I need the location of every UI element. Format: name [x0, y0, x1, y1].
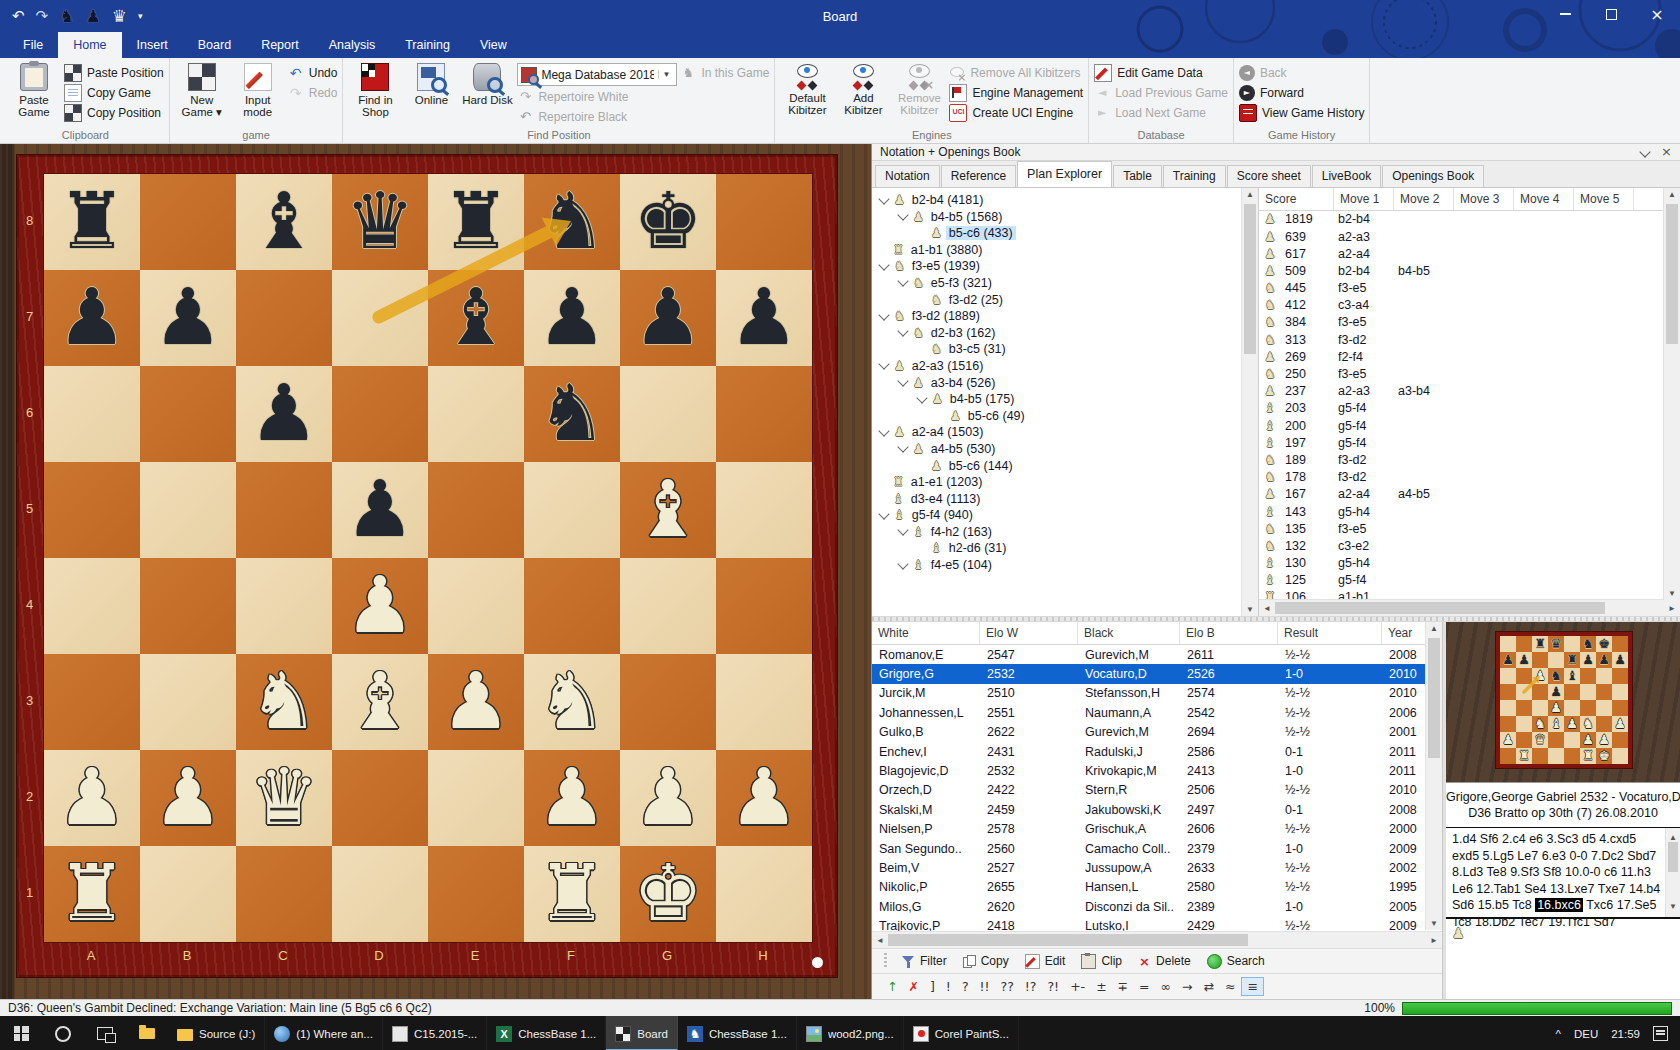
notation-move-current[interactable]: 16.bxc6 — [1535, 898, 1583, 912]
edit-button[interactable]: Edit — [1018, 954, 1073, 969]
tree-scrollbar[interactable]: ▲▼ — [1241, 188, 1258, 616]
square-a1[interactable]: ♜ — [44, 846, 140, 942]
score-row[interactable]: ♞445f3-e5 — [1259, 279, 1664, 296]
score-row[interactable]: ♝130g5-h4 — [1259, 554, 1664, 571]
taskbar-app-corel-paints[interactable]: Corel PaintS... — [904, 1016, 1019, 1050]
close-button[interactable]: × — [1634, 0, 1680, 28]
copy-position-button[interactable]: Copy Position — [64, 103, 164, 122]
black-piece-c8[interactable]: ♝ — [236, 174, 332, 270]
square-f3[interactable]: ♞ — [524, 654, 620, 750]
tab-notation[interactable]: Notation — [875, 165, 940, 187]
clip-button[interactable]: Clip — [1074, 954, 1129, 969]
games-col-white[interactable]: White — [872, 622, 980, 644]
annotation-[interactable]: ?? — [996, 978, 1019, 995]
square-h6[interactable] — [716, 366, 812, 462]
expand-icon[interactable] — [897, 442, 908, 453]
board-corner-dot[interactable] — [812, 957, 823, 968]
annotation-[interactable]: ± — [1091, 978, 1111, 995]
ribbon-tab-insert[interactable]: Insert — [122, 32, 183, 58]
redo-icon[interactable]: ↷ — [36, 7, 49, 25]
ribbon-tab-board[interactable]: Board — [183, 32, 246, 58]
score-row[interactable]: ♟639a2-a3 — [1259, 228, 1664, 245]
score-row[interactable]: ♞313f3-d2 — [1259, 331, 1664, 348]
tree-item-d3-e4-1113[interactable]: ♝d3-e4 (1113) — [872, 490, 1242, 507]
taskbar-app-chessbase-1[interactable]: XChessBase 1... — [487, 1016, 606, 1050]
white-piece-g5[interactable]: ♝ — [620, 462, 716, 558]
taskbar-app-c15-2015[interactable]: C15.2015-... — [383, 1016, 487, 1050]
ribbon-tab-view[interactable]: View — [465, 32, 522, 58]
expand-icon[interactable] — [878, 309, 889, 320]
square-g4[interactable] — [620, 558, 716, 654]
annotation-[interactable]: ∓ — [1113, 978, 1133, 995]
annotation-[interactable]: +- — [1065, 978, 1090, 995]
annotation-[interactable]: → — [1177, 978, 1197, 995]
white-piece-f1[interactable]: ♜ — [524, 846, 620, 942]
ribbon-tab-file[interactable]: File — [8, 32, 58, 58]
games-scrollbar[interactable]: ▲▼ — [1425, 622, 1442, 930]
score-col-move-2[interactable]: Move 2 — [1394, 188, 1454, 210]
black-piece-e7[interactable]: ♝ — [428, 270, 524, 366]
game-row-skalski-m[interactable]: Skalski,M2459Jakubowski,K24970-12008 — [872, 800, 1426, 819]
ribbon-tab-training[interactable]: Training — [390, 32, 465, 58]
score-row[interactable]: ♟617a2-a4 — [1259, 245, 1664, 262]
copy-game-button[interactable]: Copy Game — [64, 83, 164, 102]
games-h-scrollbar[interactable]: ◄► — [872, 931, 1442, 948]
game-row-enchev-i[interactable]: Enchev,I2431Radulski,J25860-12011 — [872, 742, 1426, 761]
filter-button[interactable]: Filter — [895, 954, 954, 968]
input-mode-button[interactable]: Input mode — [231, 60, 285, 128]
square-e6[interactable] — [428, 366, 524, 462]
square-a7[interactable]: ♟ — [44, 270, 140, 366]
taskbar-app-wood2-png[interactable]: wood2.png... — [797, 1016, 904, 1050]
square-d6[interactable] — [332, 366, 428, 462]
tree-item-a2-a3-1516[interactable]: ♟a2-a3 (1516) — [872, 358, 1242, 375]
score-row[interactable]: ♟269f2-f4 — [1259, 348, 1664, 365]
white-piece-f3[interactable]: ♞ — [524, 654, 620, 750]
tree-item-f4-e5-104[interactable]: ♝f4-e5 (104) — [872, 557, 1242, 574]
expand-icon[interactable] — [878, 359, 889, 370]
forward-button[interactable]: ►Forward — [1239, 83, 1364, 102]
square-e4[interactable] — [428, 558, 524, 654]
find-in-shop-button[interactable]: Find in Shop — [348, 60, 402, 128]
tree-item-b5-c6-49[interactable]: ♟b5-c6 (49) — [872, 407, 1242, 424]
square-c4[interactable] — [236, 558, 332, 654]
black-piece-f6[interactable]: ♞ — [524, 366, 620, 462]
games-col-black[interactable]: Black — [1078, 622, 1180, 644]
score-col-score[interactable]: Score — [1259, 188, 1334, 210]
zoom-slider[interactable] — [1402, 1002, 1672, 1015]
square-b7[interactable]: ♟ — [140, 270, 236, 366]
square-f7[interactable]: ♟ — [524, 270, 620, 366]
score-row[interactable]: ♝197g5-f4 — [1259, 434, 1664, 451]
square-e5[interactable] — [428, 462, 524, 558]
taskbar-app-board[interactable]: Board — [606, 1016, 678, 1050]
square-b4[interactable] — [140, 558, 236, 654]
square-c3[interactable]: ♞ — [236, 654, 332, 750]
white-piece-c3[interactable]: ♞ — [236, 654, 332, 750]
square-e2[interactable] — [428, 750, 524, 846]
combo-caret-icon[interactable]: ▼ — [658, 70, 673, 79]
black-piece-a7[interactable]: ♟ — [44, 270, 140, 366]
black-piece-d8[interactable]: ♛ — [332, 174, 428, 270]
tab-score-sheet[interactable]: Score sheet — [1227, 165, 1311, 187]
square-f5[interactable] — [524, 462, 620, 558]
score-row[interactable]: ♝125g5-f4 — [1259, 572, 1664, 589]
square-d7[interactable] — [332, 270, 428, 366]
square-c7[interactable] — [236, 270, 332, 366]
square-g6[interactable] — [620, 366, 716, 462]
tree-item-f3-d2-25[interactable]: ♞f3-d2 (25) — [872, 291, 1242, 308]
white-piece-g2[interactable]: ♟ — [620, 750, 716, 846]
maximize-button[interactable] — [1588, 0, 1634, 28]
black-piece-a8[interactable]: ♜ — [44, 174, 140, 270]
game-row-beim-v[interactable]: Beim,V2527Jussupow,A2633½-½2002 — [872, 858, 1426, 877]
square-f6[interactable]: ♞ — [524, 366, 620, 462]
start-button[interactable] — [0, 1016, 42, 1050]
ribbon-group-label-database: Database — [1094, 128, 1228, 143]
file-explorer-icon[interactable] — [126, 1016, 168, 1050]
black-piece-g7[interactable]: ♟ — [620, 270, 716, 366]
white-piece-g1[interactable]: ♚ — [620, 846, 716, 942]
square-c6[interactable]: ♟ — [236, 366, 332, 462]
add-kibitzer-button[interactable]: Add Kibitzer — [836, 60, 890, 128]
notation-scrollbar[interactable]: ▲▼ — [1665, 828, 1680, 917]
annotation-[interactable]: ! — [941, 978, 956, 995]
black-elo: 2429 — [1180, 919, 1278, 931]
ribbon-tab-home[interactable]: Home — [58, 32, 121, 58]
score-col-move-1[interactable]: Move 1 — [1334, 188, 1394, 210]
view-game-history-button[interactable]: View Game History — [1239, 103, 1364, 122]
square-b6[interactable] — [140, 366, 236, 462]
game-row-milos-g[interactable]: Milos,G2620Disconzi da Sil..23891-02005 — [872, 897, 1426, 916]
score-row[interactable]: ♞384f3-e5 — [1259, 314, 1664, 331]
square-a6[interactable] — [44, 366, 140, 462]
annotation-[interactable]: ↑ — [882, 978, 902, 995]
tab-reference[interactable]: Reference — [941, 165, 1016, 187]
square-e3[interactable]: ♟ — [428, 654, 524, 750]
game-row-grigore-g[interactable]: Grigore,G2532Vocaturo,D25261-02010 — [872, 664, 1426, 683]
game-row-trajkovic-p[interactable]: Trajkovic,P2418Lutsko,I2429½-½2009 — [872, 916, 1426, 931]
square-c1[interactable] — [236, 846, 332, 942]
square-b1[interactable] — [140, 846, 236, 942]
games-col-result[interactable]: Result — [1278, 622, 1382, 644]
search-icon[interactable] — [42, 1016, 84, 1050]
tree-item-b3-c5-31[interactable]: ♞b3-c5 (31) — [872, 341, 1242, 358]
undo-icon[interactable]: ↶ — [12, 7, 25, 25]
game-event: D36 Bratto op 30th (7) 26.08.2010 — [1446, 806, 1680, 820]
minimize-button[interactable] — [1542, 0, 1588, 28]
black-piece-f8[interactable]: ♞ — [524, 174, 620, 270]
score-row[interactable]: ♞412c3-a4 — [1259, 297, 1664, 314]
expand-icon[interactable] — [916, 392, 927, 403]
game-row-romanov-e[interactable]: Romanov,E2547Gurevich,M2611½-½2008 — [872, 645, 1426, 664]
tab-livebook[interactable]: LiveBook — [1312, 165, 1381, 187]
default-kibitzer-button[interactable]: Default Kibitzer — [780, 60, 834, 128]
panel-close-icon[interactable]: × — [1661, 144, 1672, 159]
plan-score-pane: ScoreMove 1Move 2Move 3Move 4Move 5 ♟181… — [1259, 188, 1680, 616]
score-row[interactable]: ♞178f3-d2 — [1259, 469, 1664, 486]
annotation-[interactable]: ?! — [1042, 978, 1064, 995]
score-row[interactable]: ♟237a2-a3a3-b4 — [1259, 383, 1664, 400]
tree-item-d2-b3-162[interactable]: ♞d2-b3 (162) — [872, 324, 1242, 341]
square-d2[interactable] — [332, 750, 428, 846]
game-row-blagojevic-d[interactable]: Blagojevic,D2532Krivokapic,M24131-02011 — [872, 761, 1426, 780]
square-h3[interactable] — [716, 654, 812, 750]
rank-label-3: 3 — [17, 693, 42, 708]
black-piece-d5[interactable]: ♟ — [332, 462, 428, 558]
black-piece-c6[interactable]: ♟ — [236, 366, 332, 462]
create-uci-engine-button[interactable]: UCICreate UCI Engine — [949, 103, 1083, 122]
tree-item-f4-h2-163[interactable]: ♝f4-h2 (163) — [872, 524, 1242, 541]
tab-plan-explorer[interactable]: Plan Explorer — [1017, 161, 1112, 187]
game-row-orzech-d[interactable]: Orzech,D2422Stern,R2506½-½2010 — [872, 781, 1426, 800]
white-piece-d3[interactable]: ♝ — [332, 654, 428, 750]
square-g2[interactable]: ♟ — [620, 750, 716, 846]
tab-table[interactable]: Table — [1113, 165, 1162, 187]
square-f4[interactable] — [524, 558, 620, 654]
square-c5[interactable] — [236, 462, 332, 558]
square-b2[interactable]: ♟ — [140, 750, 236, 846]
tree-item-e5-f3-321[interactable]: ♞e5-f3 (321) — [872, 275, 1242, 292]
square-g1[interactable]: ♚ — [620, 846, 716, 942]
pawn-icon[interactable]: ♟ — [85, 6, 100, 26]
ribbon-tab-analysis[interactable]: Analysis — [314, 32, 391, 58]
score-row[interactable]: ♟509b2-b4b4-b5 — [1259, 262, 1664, 279]
square-c8[interactable]: ♝ — [236, 174, 332, 270]
square-a5[interactable] — [44, 462, 140, 558]
score-row[interactable]: ♟1819b2-b4 — [1259, 211, 1664, 228]
annotation-[interactable]: ] — [925, 978, 940, 995]
white-piece-b2[interactable]: ♟ — [140, 750, 236, 846]
annotation-[interactable]: !? — [1020, 978, 1042, 995]
square-b3[interactable] — [140, 654, 236, 750]
mini-square-f3: ♞ — [1580, 716, 1596, 732]
paste-game-button[interactable]: Paste Game — [7, 60, 61, 128]
delete-button[interactable]: ×Delete — [1131, 954, 1198, 968]
queen-icon[interactable]: ♛ — [112, 6, 127, 26]
square-a8[interactable]: ♜ — [44, 174, 140, 270]
square-b5[interactable] — [140, 462, 236, 558]
white-piece-h2[interactable]: ♟ — [716, 750, 812, 846]
task-view-icon[interactable] — [84, 1016, 126, 1050]
square-g3[interactable] — [620, 654, 716, 750]
score-row[interactable]: ♝200g5-f4 — [1259, 417, 1664, 434]
score-row[interactable]: ♟167a2-a4a4-b5 — [1259, 486, 1664, 503]
square-h8[interactable] — [716, 174, 812, 270]
game-row-johannessen-l[interactable]: Johannessen,L2551Naumann,A2542½-½2006 — [872, 703, 1426, 722]
square-e8[interactable]: ♜ — [428, 174, 524, 270]
taskbar-app-source-j[interactable]: Source (J:) — [168, 1016, 265, 1050]
expand-icon[interactable] — [878, 193, 889, 204]
white-piece-a2[interactable]: ♟ — [44, 750, 140, 846]
ribbon-group-label-find-position: Find Position — [348, 128, 769, 143]
mini-square-a1 — [1500, 748, 1516, 764]
square-c2[interactable]: ♛ — [236, 750, 332, 846]
score-scrollbar[interactable]: ▲▼ — [1663, 188, 1680, 600]
annotation-[interactable]: ? — [957, 978, 974, 995]
tree-item-a2-a4-1503[interactable]: ♟a2-a4 (1503) — [872, 424, 1242, 441]
square-d1[interactable] — [332, 846, 428, 942]
hard-disk-button[interactable]: Hard Disk — [460, 60, 514, 128]
mini-square-g6 — [1596, 668, 1612, 684]
square-a2[interactable]: ♟ — [44, 750, 140, 846]
score-row[interactable]: ♝143g5-h4 — [1259, 503, 1664, 520]
annotation-[interactable]: ⇄ — [1198, 978, 1218, 995]
square-g7[interactable]: ♟ — [620, 270, 716, 366]
tab-training[interactable]: Training — [1163, 165, 1226, 187]
score-col-move-3[interactable]: Move 3 — [1454, 188, 1514, 210]
taskbar-app-1-where-an[interactable]: (1) Where an... — [265, 1016, 383, 1050]
score-col-move-4[interactable]: Move 4 — [1514, 188, 1574, 210]
annotation-[interactable]: ≡ — [1241, 977, 1263, 996]
square-h1[interactable] — [716, 846, 812, 942]
tree-item-h2-d6-31[interactable]: ♝h2-d6 (31) — [872, 540, 1242, 557]
score-row[interactable]: ♞250f3-e5 — [1259, 365, 1664, 382]
repertoire-white-button: ↷Repertoire White — [517, 87, 677, 106]
expand-icon[interactable] — [897, 326, 908, 337]
square-g8[interactable]: ♚ — [620, 174, 716, 270]
annotation-[interactable]: ≈ — [1220, 978, 1240, 995]
new-game-button[interactable]: New Game ▾ — [175, 60, 229, 128]
score-row[interactable]: ♞132c3-e2 — [1259, 537, 1664, 554]
chess-board[interactable]: ♜♝♛♜♞♚♟♟♝♟♟♟♟♞♟♝♟♞♝♟♞♟♟♛♟♟♟♜♜♚ — [43, 173, 813, 943]
expand-icon[interactable] — [878, 425, 889, 436]
year: 2006 — [1382, 706, 1426, 720]
action-center-icon[interactable] — [1653, 1026, 1668, 1041]
square-h5[interactable] — [716, 462, 812, 558]
expand-icon[interactable] — [878, 508, 889, 519]
tree-item-a3-b4-526[interactable]: ♟a3-b4 (526) — [872, 374, 1242, 391]
square-a3[interactable] — [44, 654, 140, 750]
tree-item-b5-c6-433[interactable]: ♟b5-c6 (433) — [872, 225, 1242, 242]
mini-piece: ♟ — [1564, 716, 1580, 732]
square-e1[interactable] — [428, 846, 524, 942]
white-piece-a1[interactable]: ♜ — [44, 846, 140, 942]
tree-item-f3-e5-1939[interactable]: ♞f3-e5 (1939) — [872, 258, 1242, 275]
score-row[interactable]: ♞135f3-e5 — [1259, 520, 1664, 537]
tree-item-label: g5-f4 (940) — [909, 508, 976, 522]
black-piece-e8[interactable]: ♜ — [428, 174, 524, 270]
square-d5[interactable]: ♟ — [332, 462, 428, 558]
ingame-icon: ♞ — [680, 65, 696, 81]
undo-button[interactable]: ↶Undo — [288, 63, 338, 82]
square-d3[interactable]: ♝ — [332, 654, 428, 750]
tree-item-b5-c6-144[interactable]: ♟b5-c6 (144) — [872, 457, 1242, 474]
white-player: Skalski,M — [872, 803, 980, 817]
game-notation[interactable]: 1.d4 Sf6 2.c4 e6 3.Sc3 d5 4.cxd5 exd5 5.… — [1446, 827, 1680, 919]
black-piece-h7[interactable]: ♟ — [716, 270, 812, 366]
edit-game-data-button[interactable]: Edit Game Data — [1094, 63, 1228, 82]
square-d4[interactable]: ♟ — [332, 558, 428, 654]
tree-item-f3-d2-1889[interactable]: ♞f3-d2 (1889) — [872, 308, 1242, 325]
square-g5[interactable]: ♝ — [620, 462, 716, 558]
game-row-nielsen-p[interactable]: Nielsen,P2578Grischuk,A2606½-½2000 — [872, 820, 1426, 839]
black-piece-f7[interactable]: ♟ — [524, 270, 620, 366]
tree-item-b2-b4-4181[interactable]: ♟b2-b4 (4181) — [872, 192, 1242, 209]
clock[interactable]: 21:59 — [1611, 1028, 1640, 1040]
tab-openings-book[interactable]: Openings Book — [1382, 165, 1484, 187]
tree-item-label: a4-b5 (530) — [928, 442, 999, 456]
language-indicator[interactable]: DEU — [1574, 1028, 1598, 1040]
score-col-move-5[interactable]: Move 5 — [1574, 188, 1634, 210]
black-player: Jussupow,A — [1078, 861, 1180, 875]
panel-collapse-icon[interactable] — [1639, 146, 1650, 157]
score-row[interactable]: ♝203g5-f4 — [1259, 400, 1664, 417]
tree-item-b4-b5-1568[interactable]: ♟b4-b5 (1568) — [872, 208, 1242, 225]
white-piece-f2[interactable]: ♟ — [524, 750, 620, 846]
expand-icon[interactable] — [897, 375, 908, 386]
online-button[interactable]: Online — [404, 60, 458, 128]
result: 0-1 — [1278, 745, 1382, 759]
square-d8[interactable]: ♛ — [332, 174, 428, 270]
tray-chevron[interactable]: ^ — [1556, 1028, 1561, 1040]
tree-item-b4-b5-175[interactable]: ♟b4-b5 (175) — [872, 391, 1242, 408]
square-f8[interactable]: ♞ — [524, 174, 620, 270]
white-piece-c2[interactable]: ♛ — [236, 750, 332, 846]
games-col-elo-w[interactable]: Elo W — [980, 622, 1078, 644]
white-piece-e3[interactable]: ♟ — [428, 654, 524, 750]
tree-item-a1-b1-3880[interactable]: ♜a1-b1 (3880) — [872, 242, 1242, 259]
game-row-nikolic-p[interactable]: Nikolic,P2655Hansen,L2580½-½1995 — [872, 878, 1426, 897]
score-value: 130 — [1285, 556, 1338, 570]
annotation-[interactable]: ✗ — [903, 978, 923, 995]
score-row[interactable]: ♜106a1-b1 — [1259, 589, 1664, 599]
square-h2[interactable]: ♟ — [716, 750, 812, 846]
expand-icon[interactable] — [897, 276, 908, 287]
tree-item-a1-e1-1203[interactable]: ♜a1-e1 (1203) — [872, 474, 1242, 491]
engine-management-button[interactable]: Engine Management — [949, 83, 1083, 102]
square-f1[interactable]: ♜ — [524, 846, 620, 942]
square-e7[interactable]: ♝ — [428, 270, 524, 366]
score-h-scrollbar[interactable]: ◄► — [1259, 599, 1680, 616]
ribbon-tab-report[interactable]: Report — [246, 32, 314, 58]
knight-icon[interactable]: ♞ — [59, 6, 74, 26]
square-b8[interactable] — [140, 174, 236, 270]
expand-icon[interactable] — [878, 259, 889, 270]
game-row-jurcik-m[interactable]: Jurcik,M2510Stefansson,H2574½-½2010 — [872, 684, 1426, 703]
game-row-san-segundo[interactable]: San Segundo..2560Camacho Coll..23791-020… — [872, 839, 1426, 858]
games-col-year[interactable]: Year — [1382, 622, 1426, 644]
white-elo: 2560 — [980, 842, 1078, 856]
tree-item-g5-f4-940[interactable]: ♝g5-f4 (940) — [872, 507, 1242, 524]
ribbon-group-label-clipboard: Clipboard — [7, 128, 164, 143]
square-h4[interactable] — [716, 558, 812, 654]
expand-icon[interactable] — [897, 525, 908, 536]
expand-icon[interactable] — [897, 558, 908, 569]
white-piece-d4[interactable]: ♟ — [332, 558, 428, 654]
annotation-[interactable]: = — [1134, 978, 1154, 995]
annotation-[interactable]: !! — [975, 978, 995, 995]
expand-icon[interactable] — [897, 209, 908, 220]
square-f2[interactable]: ♟ — [524, 750, 620, 846]
taskbar-app-chessbase-1[interactable]: ♞ChessBase 1... — [678, 1016, 797, 1050]
game-row-gulko-b[interactable]: Gulko,B2622Gurevich,M2694½-½2001 — [872, 723, 1426, 742]
tree-item-a4-b5-530[interactable]: ♟a4-b5 (530) — [872, 441, 1242, 458]
qat-dropdown-icon[interactable]: ▾ — [138, 11, 143, 21]
copy-button[interactable]: Copy — [956, 954, 1016, 968]
black-piece-g8[interactable]: ♚ — [620, 174, 716, 270]
annotation-[interactable]: ∞ — [1156, 978, 1176, 995]
database-combo[interactable]: Mega Database 2018▼ — [517, 63, 677, 86]
square-a4[interactable] — [44, 558, 140, 654]
black-piece-b7[interactable]: ♟ — [140, 270, 236, 366]
black-player: Camacho Coll.. — [1078, 842, 1180, 856]
score-row[interactable]: ♞189f3-d2 — [1259, 451, 1664, 468]
games-col-elo-b[interactable]: Elo B — [1180, 622, 1278, 644]
paste-position-button[interactable]: Paste Position — [64, 63, 164, 82]
search-button[interactable]: Search — [1200, 954, 1272, 969]
square-h7[interactable]: ♟ — [716, 270, 812, 366]
